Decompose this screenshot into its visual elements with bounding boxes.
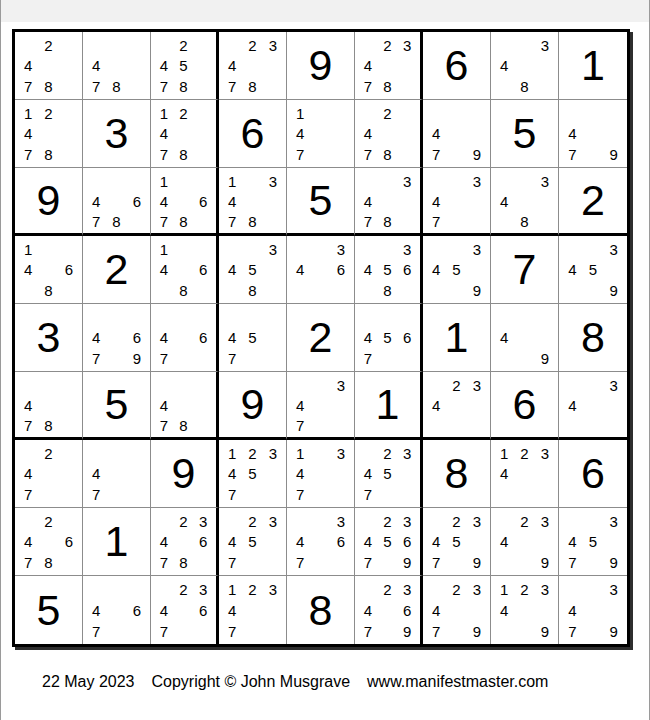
cell-r8c9[interactable]: 34579 [559, 508, 627, 576]
footer-website: www.manifestmaster.com [367, 673, 548, 691]
candidate-2 [174, 239, 194, 260]
candidate-5 [38, 464, 58, 485]
candidate-2 [106, 35, 126, 56]
candidate-2: 2 [242, 443, 262, 464]
candidate-8: 8 [378, 211, 398, 231]
candidate-2: 2 [242, 511, 262, 532]
candidate-4: 4 [358, 600, 378, 621]
candidate-8 [310, 552, 330, 573]
candidate-2 [310, 103, 330, 124]
candidate-1 [358, 103, 378, 124]
cell-r1c9[interactable]: 1 [559, 32, 627, 100]
cell-r3c5[interactable]: 5 [287, 168, 355, 236]
candidate-5 [106, 600, 126, 621]
candidate-2: 2 [174, 103, 194, 124]
candidate-9: 9 [535, 621, 555, 642]
cell-r2c6[interactable]: 2478 [355, 100, 423, 168]
cell-r3c6[interactable]: 3478 [355, 168, 423, 236]
candidate-2 [583, 103, 604, 124]
cell-r8c7[interactable]: 234579 [423, 508, 491, 576]
candidate-9 [59, 484, 79, 505]
candidate-6 [263, 191, 283, 211]
candidate-2: 2 [242, 579, 262, 600]
candidate-6: 6 [331, 260, 351, 281]
candidate-2: 2 [446, 375, 466, 395]
cell-r3c3[interactable]: 14678 [151, 168, 219, 236]
cell-r6c3[interactable]: 478 [151, 372, 219, 440]
cell-r9c1[interactable]: 5 [15, 576, 83, 644]
candidate-4: 4 [358, 464, 378, 485]
candidate-3: 3 [397, 511, 417, 532]
candidate-2 [38, 239, 58, 260]
cell-r5c6[interactable]: 4567 [355, 304, 423, 372]
candidate-7: 7 [154, 76, 174, 97]
footer-date: 22 May 2023 [42, 673, 135, 691]
candidate-7: 7 [154, 415, 174, 435]
cell-r2c7[interactable]: 479 [423, 100, 491, 168]
candidate-1 [290, 375, 310, 395]
candidate-3: 3 [603, 511, 624, 532]
big-digit: 5 [15, 576, 82, 644]
candidate-3: 3 [467, 579, 487, 600]
candidate-2 [310, 375, 330, 395]
candidate-8: 8 [174, 211, 194, 231]
candidate-9: 9 [397, 552, 417, 573]
candidate-7: 7 [426, 621, 446, 642]
candidate-1 [18, 375, 38, 395]
candidate-2 [446, 171, 466, 191]
cell-r1c1[interactable]: 2478 [15, 32, 83, 100]
candidate-3: 3 [535, 511, 555, 532]
candidate-3: 3 [603, 239, 624, 260]
candidate-6 [193, 124, 213, 145]
big-digit: 6 [491, 372, 558, 437]
candidate-3 [193, 103, 213, 124]
cell-r8c3[interactable]: 234678 [151, 508, 219, 576]
candidate-4: 4 [222, 600, 242, 621]
candidate-5: 5 [446, 260, 466, 281]
cell-r5c9[interactable]: 8 [559, 304, 627, 372]
candidate-grid: 147 [287, 100, 354, 167]
cell-r4c7[interactable]: 3459 [423, 236, 491, 304]
candidate-7: 7 [222, 484, 242, 505]
cell-r5c8[interactable]: 49 [491, 304, 559, 372]
candidate-3 [59, 375, 79, 395]
candidate-4: 4 [494, 600, 514, 621]
candidate-5 [378, 600, 398, 621]
candidate-9 [397, 348, 417, 369]
candidate-grid: 348 [491, 168, 558, 233]
candidate-6 [467, 600, 487, 621]
cell-r2c8[interactable]: 5 [491, 100, 559, 168]
candidate-1: 1 [494, 579, 514, 600]
candidate-grid: 1468 [15, 236, 82, 303]
candidate-grid: 12478 [15, 100, 82, 167]
candidate-9 [397, 76, 417, 97]
candidate-9: 9 [603, 144, 624, 165]
candidate-5 [514, 464, 534, 485]
candidate-7: 7 [154, 552, 174, 573]
candidate-4: 4 [290, 532, 310, 553]
candidate-9 [263, 211, 283, 231]
candidate-6: 6 [193, 328, 213, 349]
cell-r2c4[interactable]: 6 [219, 100, 287, 168]
candidate-2 [583, 239, 604, 260]
cell-r2c3[interactable]: 12478 [151, 100, 219, 168]
cell-r7c7[interactable]: 8 [423, 440, 491, 508]
cell-r9c3[interactable]: 23467 [151, 576, 219, 644]
cell-r4c8[interactable]: 7 [491, 236, 559, 304]
candidate-7: 7 [18, 484, 38, 505]
candidate-2: 2 [514, 443, 534, 464]
candidate-4: 4 [18, 395, 38, 415]
candidate-3: 3 [467, 375, 487, 395]
candidate-7: 7 [358, 552, 378, 573]
cell-r5c2[interactable]: 4679 [83, 304, 151, 372]
candidate-3: 3 [397, 443, 417, 464]
cell-r2c2[interactable]: 3 [83, 100, 151, 168]
candidate-grid: 24678 [15, 508, 82, 575]
candidate-2: 2 [174, 579, 194, 600]
candidate-3 [193, 171, 213, 191]
candidate-7 [494, 211, 514, 231]
candidate-3 [603, 103, 624, 124]
candidate-9 [397, 211, 417, 231]
cell-r7c9[interactable]: 6 [559, 440, 627, 508]
candidate-8: 8 [514, 211, 534, 231]
candidate-4: 4 [222, 532, 242, 553]
candidate-7: 7 [358, 76, 378, 97]
cell-r5c5[interactable]: 2 [287, 304, 355, 372]
cell-r9c2[interactable]: 467 [83, 576, 151, 644]
candidate-2 [106, 171, 126, 191]
candidate-4: 4 [154, 191, 174, 211]
candidate-1 [154, 375, 174, 395]
cell-r7c8[interactable]: 1234 [491, 440, 559, 508]
candidate-1 [18, 35, 38, 56]
candidate-grid: 2345679 [355, 508, 420, 575]
candidate-4: 4 [358, 124, 378, 145]
candidate-8 [514, 484, 534, 505]
candidate-4: 4 [18, 124, 38, 145]
candidate-2: 2 [242, 35, 262, 56]
cell-r8c6[interactable]: 2345679 [355, 508, 423, 576]
cell-r1c8[interactable]: 348 [491, 32, 559, 100]
candidate-3 [127, 35, 147, 56]
candidate-1 [86, 443, 106, 464]
candidate-grid: 479 [559, 100, 627, 167]
cell-r7c6[interactable]: 23457 [355, 440, 423, 508]
candidate-7 [222, 280, 242, 301]
candidate-5 [174, 395, 194, 415]
candidate-6 [397, 124, 417, 145]
cell-r4c9[interactable]: 3459 [559, 236, 627, 304]
cell-r9c9[interactable]: 3479 [559, 576, 627, 644]
candidate-6 [603, 532, 624, 553]
candidate-3 [59, 35, 79, 56]
footer: 22 May 2023 Copyright © John Musgrave ww… [42, 673, 548, 691]
candidate-7: 7 [222, 552, 242, 573]
cell-r1c6[interactable]: 23478 [355, 32, 423, 100]
candidate-2: 2 [446, 511, 466, 532]
candidate-9 [263, 76, 283, 97]
candidate-4: 4 [290, 124, 310, 145]
candidate-5 [514, 532, 534, 553]
cell-r7c4[interactable]: 123457 [219, 440, 287, 508]
cell-r6c2[interactable]: 5 [83, 372, 151, 440]
candidate-7 [426, 280, 446, 301]
candidate-5 [174, 191, 194, 211]
cell-r6c8[interactable]: 6 [491, 372, 559, 440]
candidate-8 [446, 211, 466, 231]
candidate-5: 5 [242, 464, 262, 485]
candidate-9: 9 [603, 552, 624, 573]
candidate-2 [378, 171, 398, 191]
candidate-6 [263, 600, 283, 621]
cell-r4c6[interactable]: 34568 [355, 236, 423, 304]
cell-r3c2[interactable]: 4678 [83, 168, 151, 236]
cell-r1c7[interactable]: 6 [423, 32, 491, 100]
candidate-7 [494, 348, 514, 369]
candidate-7: 7 [426, 552, 446, 573]
cell-r5c7[interactable]: 1 [423, 304, 491, 372]
window-top-strip [0, 0, 650, 22]
candidate-4: 4 [562, 395, 583, 415]
candidate-7: 7 [86, 348, 106, 369]
candidate-2 [310, 511, 330, 532]
candidate-1 [358, 35, 378, 56]
big-digit: 5 [83, 372, 150, 437]
candidate-5 [310, 124, 330, 145]
candidate-grid: 478 [83, 32, 150, 99]
cell-r3c1[interactable]: 9 [15, 168, 83, 236]
cell-r3c8[interactable]: 348 [491, 168, 559, 236]
candidate-8 [106, 348, 126, 369]
candidate-3: 3 [603, 375, 624, 395]
candidate-8: 8 [378, 280, 398, 301]
candidate-4: 4 [426, 600, 446, 621]
cell-r8c2[interactable]: 1 [83, 508, 151, 576]
candidate-3 [331, 103, 351, 124]
cell-r7c5[interactable]: 1347 [287, 440, 355, 508]
candidate-4: 4 [358, 191, 378, 211]
candidate-8: 8 [378, 76, 398, 97]
candidate-7 [290, 280, 310, 301]
candidate-9: 9 [535, 348, 555, 369]
cell-r2c5[interactable]: 147 [287, 100, 355, 168]
cell-r6c5[interactable]: 347 [287, 372, 355, 440]
candidate-grid: 12347 [219, 576, 286, 644]
candidate-1 [562, 579, 583, 600]
candidate-8 [174, 348, 194, 369]
candidate-5: 5 [378, 260, 398, 281]
candidate-grid: 34568 [355, 236, 420, 303]
candidate-grid: 234678 [151, 508, 216, 575]
candidate-8 [583, 144, 604, 165]
candidate-5 [446, 600, 466, 621]
candidate-9 [59, 415, 79, 435]
cell-r5c4[interactable]: 457 [219, 304, 287, 372]
candidate-6 [467, 532, 487, 553]
candidate-9 [59, 280, 79, 301]
cell-r4c2[interactable]: 2 [83, 236, 151, 304]
cell-r4c5[interactable]: 346 [287, 236, 355, 304]
candidate-3: 3 [193, 579, 213, 600]
big-digit: 7 [491, 236, 558, 303]
candidate-3: 3 [263, 35, 283, 56]
candidate-3: 3 [397, 579, 417, 600]
candidate-grid: 478 [151, 372, 216, 437]
candidate-2: 2 [378, 103, 398, 124]
cell-r4c4[interactable]: 3458 [219, 236, 287, 304]
cell-r6c7[interactable]: 234 [423, 372, 491, 440]
candidate-9 [193, 621, 213, 642]
candidate-8 [242, 621, 262, 642]
candidate-6 [397, 191, 417, 211]
candidate-1 [426, 239, 446, 260]
cell-r8c5[interactable]: 3467 [287, 508, 355, 576]
cell-r5c1[interactable]: 3 [15, 304, 83, 372]
candidate-5 [310, 532, 330, 553]
candidate-1 [494, 307, 514, 328]
candidate-grid: 23478 [355, 32, 420, 99]
candidate-8 [446, 621, 466, 642]
candidate-1 [154, 35, 174, 56]
cell-r1c2[interactable]: 478 [83, 32, 151, 100]
candidate-7: 7 [358, 621, 378, 642]
cell-r3c4[interactable]: 13478 [219, 168, 287, 236]
candidate-4: 4 [222, 328, 242, 349]
candidate-2 [106, 443, 126, 464]
candidate-1 [18, 443, 38, 464]
candidate-4: 4 [18, 56, 38, 77]
cell-r6c1[interactable]: 478 [15, 372, 83, 440]
candidate-4: 4 [358, 532, 378, 553]
cell-r8c4[interactable]: 23457 [219, 508, 287, 576]
candidate-8: 8 [242, 280, 262, 301]
cell-r4c1[interactable]: 1468 [15, 236, 83, 304]
candidate-3 [193, 307, 213, 328]
big-digit: 8 [423, 440, 490, 507]
candidate-5 [174, 600, 194, 621]
candidate-1 [494, 171, 514, 191]
candidate-8 [378, 621, 398, 642]
candidate-2 [174, 307, 194, 328]
cell-r5c3[interactable]: 467 [151, 304, 219, 372]
big-digit: 8 [287, 576, 354, 644]
big-digit: 6 [559, 440, 627, 507]
candidate-4: 4 [154, 260, 174, 281]
candidate-8: 8 [514, 76, 534, 97]
cell-r8c8[interactable]: 2349 [491, 508, 559, 576]
candidate-3 [127, 579, 147, 600]
cell-r2c9[interactable]: 479 [559, 100, 627, 168]
cell-r9c6[interactable]: 234679 [355, 576, 423, 644]
candidate-9 [397, 144, 417, 165]
candidate-grid: 347 [287, 372, 354, 437]
cell-r3c7[interactable]: 347 [423, 168, 491, 236]
candidate-6: 6 [193, 532, 213, 553]
candidate-grid: 2349 [491, 508, 558, 575]
candidate-grid: 467 [83, 576, 150, 644]
candidate-3: 3 [467, 511, 487, 532]
candidate-grid: 34 [559, 372, 627, 437]
candidate-8 [583, 415, 604, 435]
candidate-6 [263, 260, 283, 281]
cell-r1c3[interactable]: 24578 [151, 32, 219, 100]
cell-r2c1[interactable]: 12478 [15, 100, 83, 168]
candidate-8 [446, 144, 466, 165]
cell-r6c6[interactable]: 1 [355, 372, 423, 440]
cell-r1c4[interactable]: 23478 [219, 32, 287, 100]
candidate-1 [494, 35, 514, 56]
cell-r9c4[interactable]: 12347 [219, 576, 287, 644]
candidate-9 [59, 144, 79, 165]
candidate-1 [290, 511, 310, 532]
candidate-1 [426, 171, 446, 191]
cell-r3c9[interactable]: 2 [559, 168, 627, 236]
candidate-9 [535, 211, 555, 231]
candidate-4: 4 [18, 532, 38, 553]
candidate-grid: 234579 [423, 508, 490, 575]
candidate-8 [378, 484, 398, 505]
cell-r9c8[interactable]: 12349 [491, 576, 559, 644]
candidate-8 [310, 484, 330, 505]
candidate-9 [397, 280, 417, 301]
cell-r6c4[interactable]: 9 [219, 372, 287, 440]
candidate-6 [193, 56, 213, 77]
candidate-grid: 348 [491, 32, 558, 99]
cell-r6c9[interactable]: 34 [559, 372, 627, 440]
candidate-3: 3 [263, 443, 283, 464]
candidate-5 [446, 395, 466, 415]
candidate-3 [397, 103, 417, 124]
candidate-9 [127, 76, 147, 97]
candidate-8 [446, 280, 466, 301]
candidate-4: 4 [562, 124, 583, 145]
candidate-7: 7 [562, 144, 583, 165]
candidate-8 [106, 484, 126, 505]
candidate-8: 8 [38, 144, 58, 165]
candidate-6: 6 [397, 532, 417, 553]
candidate-4: 4 [154, 600, 174, 621]
candidate-3: 3 [397, 35, 417, 56]
candidate-9 [331, 415, 351, 435]
candidate-grid: 23457 [219, 508, 286, 575]
cell-r7c2[interactable]: 47 [83, 440, 151, 508]
big-digit: 5 [287, 168, 354, 233]
candidate-1: 1 [290, 103, 310, 124]
cell-r1c5[interactable]: 9 [287, 32, 355, 100]
candidate-5 [446, 124, 466, 145]
cell-r9c7[interactable]: 23479 [423, 576, 491, 644]
candidate-9 [263, 484, 283, 505]
candidate-2 [242, 307, 262, 328]
candidate-grid: 1234 [491, 440, 558, 507]
candidate-4: 4 [86, 600, 106, 621]
candidate-7 [494, 621, 514, 642]
candidate-5 [106, 56, 126, 77]
cell-r4c3[interactable]: 1468 [151, 236, 219, 304]
candidate-5 [514, 600, 534, 621]
cell-r9c5[interactable]: 8 [287, 576, 355, 644]
cell-r8c1[interactable]: 24678 [15, 508, 83, 576]
cell-r7c3[interactable]: 9 [151, 440, 219, 508]
cell-r7c1[interactable]: 247 [15, 440, 83, 508]
candidate-4: 4 [222, 260, 242, 281]
candidate-5: 5 [174, 56, 194, 77]
candidate-5 [378, 124, 398, 145]
